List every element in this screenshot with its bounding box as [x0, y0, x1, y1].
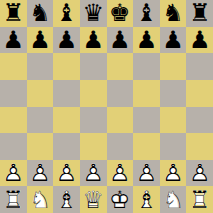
square-e8[interactable]: ♚	[107, 0, 134, 27]
piece-white-pawn: ♟♙	[80, 160, 107, 187]
piece-white-rook: ♜♖	[186, 186, 213, 213]
square-d7[interactable]: ♟	[80, 27, 107, 54]
piece-black-pawn: ♟	[133, 27, 160, 54]
square-e2[interactable]: ♟♙	[107, 160, 134, 187]
white-pawn-outline-glyph: ♙	[0, 160, 27, 187]
white-rook-outline-glyph: ♖	[186, 186, 213, 213]
piece-black-pawn: ♟	[186, 27, 213, 54]
square-b5[interactable]	[27, 80, 54, 107]
piece-white-knight: ♞♘	[160, 186, 187, 213]
square-d2[interactable]: ♟♙	[80, 160, 107, 187]
square-c3[interactable]	[53, 133, 80, 160]
piece-white-queen: ♛♕	[80, 186, 107, 213]
square-f7[interactable]: ♟	[133, 27, 160, 54]
white-knight-outline-glyph: ♘	[160, 186, 187, 213]
piece-white-pawn: ♟♙	[186, 160, 213, 187]
square-e4[interactable]	[107, 107, 134, 134]
piece-white-king: ♚♔	[107, 186, 134, 213]
white-pawn-fill-glyph: ♟	[53, 160, 80, 187]
white-pawn-outline-glyph: ♙	[160, 160, 187, 187]
white-pawn-fill-glyph: ♟	[80, 160, 107, 187]
piece-white-pawn: ♟♙	[107, 160, 134, 187]
piece-black-pawn: ♟	[80, 27, 107, 54]
white-pawn-fill-glyph: ♟	[107, 160, 134, 187]
white-knight-fill-glyph: ♞	[27, 186, 54, 213]
square-c7[interactable]: ♟	[53, 27, 80, 54]
white-knight-fill-glyph: ♞	[160, 186, 187, 213]
white-pawn-fill-glyph: ♟	[133, 160, 160, 187]
square-c8[interactable]: ♝	[53, 0, 80, 27]
white-pawn-outline-glyph: ♙	[53, 160, 80, 187]
square-c5[interactable]	[53, 80, 80, 107]
white-bishop-outline-glyph: ♗	[133, 186, 160, 213]
square-g7[interactable]: ♟	[160, 27, 187, 54]
square-a3[interactable]	[0, 133, 27, 160]
white-bishop-outline-glyph: ♗	[53, 186, 80, 213]
white-pawn-fill-glyph: ♟	[186, 160, 213, 187]
white-pawn-fill-glyph: ♟	[0, 160, 27, 187]
white-rook-fill-glyph: ♜	[0, 186, 27, 213]
square-g5[interactable]	[160, 80, 187, 107]
piece-black-pawn: ♟	[27, 27, 54, 54]
piece-black-knight: ♞	[160, 0, 187, 27]
square-d4[interactable]	[80, 107, 107, 134]
square-c2[interactable]: ♟♙	[53, 160, 80, 187]
white-pawn-fill-glyph: ♟	[160, 160, 187, 187]
square-h7[interactable]: ♟	[186, 27, 213, 54]
square-g4[interactable]	[160, 107, 187, 134]
piece-black-pawn: ♟	[53, 27, 80, 54]
square-f8[interactable]: ♝	[133, 0, 160, 27]
square-e7[interactable]: ♟	[107, 27, 134, 54]
square-a8[interactable]: ♜	[0, 0, 27, 27]
white-rook-fill-glyph: ♜	[186, 186, 213, 213]
square-f4[interactable]	[133, 107, 160, 134]
square-b8[interactable]: ♞	[27, 0, 54, 27]
square-b3[interactable]	[27, 133, 54, 160]
square-h8[interactable]: ♜	[186, 0, 213, 27]
white-queen-outline-glyph: ♕	[80, 186, 107, 213]
square-e5[interactable]	[107, 80, 134, 107]
square-e1[interactable]: ♚♔	[107, 186, 134, 213]
white-pawn-outline-glyph: ♙	[27, 160, 54, 187]
chess-board: ♜♞♝♛♚♝♞♜♟♟♟♟♟♟♟♟♟♙♟♙♟♙♟♙♟♙♟♙♟♙♟♙♜♖♞♘♝♗♛♕…	[0, 0, 213, 213]
square-f3[interactable]	[133, 133, 160, 160]
white-bishop-fill-glyph: ♝	[53, 186, 80, 213]
square-a5[interactable]	[0, 80, 27, 107]
square-e3[interactable]	[107, 133, 134, 160]
square-g8[interactable]: ♞	[160, 0, 187, 27]
piece-black-pawn: ♟	[107, 27, 134, 54]
square-h5[interactable]	[186, 80, 213, 107]
square-a1[interactable]: ♜♖	[0, 186, 27, 213]
piece-white-knight: ♞♘	[27, 186, 54, 213]
piece-black-rook: ♜	[186, 0, 213, 27]
piece-white-pawn: ♟♙	[27, 160, 54, 187]
piece-white-bishop: ♝♗	[53, 186, 80, 213]
white-pawn-outline-glyph: ♙	[107, 160, 134, 187]
square-g1[interactable]: ♞♘	[160, 186, 187, 213]
piece-black-pawn: ♟	[0, 27, 27, 54]
white-queen-fill-glyph: ♛	[80, 186, 107, 213]
white-rook-outline-glyph: ♖	[0, 186, 27, 213]
square-b1[interactable]: ♞♘	[27, 186, 54, 213]
square-h3[interactable]	[186, 133, 213, 160]
square-a2[interactable]: ♟♙	[0, 160, 27, 187]
square-g6[interactable]	[160, 53, 187, 80]
square-d6[interactable]	[80, 53, 107, 80]
square-a6[interactable]	[0, 53, 27, 80]
piece-black-pawn: ♟	[160, 27, 187, 54]
piece-black-rook: ♜	[0, 0, 27, 27]
piece-white-pawn: ♟♙	[53, 160, 80, 187]
piece-black-king: ♚	[107, 0, 134, 27]
square-h1[interactable]: ♜♖	[186, 186, 213, 213]
square-b6[interactable]	[27, 53, 54, 80]
piece-black-bishop: ♝	[133, 0, 160, 27]
piece-white-pawn: ♟♙	[160, 160, 187, 187]
white-king-outline-glyph: ♔	[107, 186, 134, 213]
square-h4[interactable]	[186, 107, 213, 134]
square-g2[interactable]: ♟♙	[160, 160, 187, 187]
square-f2[interactable]: ♟♙	[133, 160, 160, 187]
square-b4[interactable]	[27, 107, 54, 134]
white-pawn-fill-glyph: ♟	[27, 160, 54, 187]
piece-white-rook: ♜♖	[0, 186, 27, 213]
piece-black-knight: ♞	[27, 0, 54, 27]
square-d3[interactable]	[80, 133, 107, 160]
white-bishop-fill-glyph: ♝	[133, 186, 160, 213]
square-e6[interactable]	[107, 53, 134, 80]
piece-white-bishop: ♝♗	[133, 186, 160, 213]
piece-white-pawn: ♟♙	[133, 160, 160, 187]
square-b2[interactable]: ♟♙	[27, 160, 54, 187]
square-f6[interactable]	[133, 53, 160, 80]
square-f1[interactable]: ♝♗	[133, 186, 160, 213]
square-c1[interactable]: ♝♗	[53, 186, 80, 213]
square-f5[interactable]	[133, 80, 160, 107]
square-a7[interactable]: ♟	[0, 27, 27, 54]
square-a4[interactable]	[0, 107, 27, 134]
square-h6[interactable]	[186, 53, 213, 80]
square-h2[interactable]: ♟♙	[186, 160, 213, 187]
square-c6[interactable]	[53, 53, 80, 80]
white-pawn-outline-glyph: ♙	[80, 160, 107, 187]
white-king-fill-glyph: ♚	[107, 186, 134, 213]
square-g3[interactable]	[160, 133, 187, 160]
white-knight-outline-glyph: ♘	[27, 186, 54, 213]
square-b7[interactable]: ♟	[27, 27, 54, 54]
white-pawn-outline-glyph: ♙	[133, 160, 160, 187]
square-c4[interactable]	[53, 107, 80, 134]
piece-black-bishop: ♝	[53, 0, 80, 27]
square-d1[interactable]: ♛♕	[80, 186, 107, 213]
piece-white-pawn: ♟♙	[0, 160, 27, 187]
square-d5[interactable]	[80, 80, 107, 107]
square-d8[interactable]: ♛	[80, 0, 107, 27]
white-pawn-outline-glyph: ♙	[186, 160, 213, 187]
piece-black-queen: ♛	[80, 0, 107, 27]
